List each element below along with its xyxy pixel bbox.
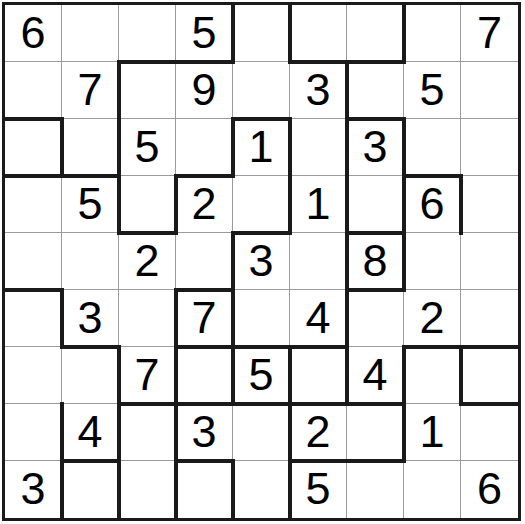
cell-r3-c8[interactable] (461, 176, 518, 233)
cell-r7-c3[interactable]: 3 (176, 404, 233, 461)
cell-r3-c0[interactable] (5, 176, 62, 233)
cell-r2-c6[interactable]: 3 (347, 119, 404, 176)
cell-r1-c8[interactable] (461, 62, 518, 119)
cell-r4-c2[interactable]: 2 (119, 233, 176, 290)
cell-r3-c4[interactable] (233, 176, 290, 233)
cell-r4-c5[interactable] (290, 233, 347, 290)
cell-r7-c6[interactable] (347, 404, 404, 461)
cell-r2-c2[interactable]: 5 (119, 119, 176, 176)
cell-r0-c5[interactable] (290, 5, 347, 62)
cell-r3-c3[interactable]: 2 (176, 176, 233, 233)
cell-r5-c6[interactable] (347, 290, 404, 347)
cell-r6-c8[interactable] (461, 347, 518, 404)
cell-r0-c2[interactable] (119, 5, 176, 62)
cell-r8-c3[interactable] (176, 461, 233, 518)
cell-r1-c5[interactable]: 3 (290, 62, 347, 119)
cell-r4-c6[interactable]: 8 (347, 233, 404, 290)
cell-r5-c2[interactable] (119, 290, 176, 347)
cell-r0-c7[interactable] (404, 5, 461, 62)
cell-r4-c1[interactable] (62, 233, 119, 290)
cell-r6-c5[interactable] (290, 347, 347, 404)
cell-r2-c3[interactable] (176, 119, 233, 176)
cell-r6-c0[interactable] (5, 347, 62, 404)
cell-r6-c6[interactable]: 4 (347, 347, 404, 404)
cell-r3-c2[interactable] (119, 176, 176, 233)
cell-r2-c8[interactable] (461, 119, 518, 176)
cell-r6-c2[interactable]: 7 (119, 347, 176, 404)
cell-r0-c3[interactable]: 5 (176, 5, 233, 62)
cell-r2-c0[interactable] (5, 119, 62, 176)
cell-r3-c7[interactable]: 6 (404, 176, 461, 233)
cell-r7-c8[interactable] (461, 404, 518, 461)
cell-r1-c3[interactable]: 9 (176, 62, 233, 119)
cell-r2-c1[interactable] (62, 119, 119, 176)
cell-r1-c2[interactable] (119, 62, 176, 119)
sudoku-board: 6577935513521623837427544321356 (2, 2, 521, 521)
cell-r5-c3[interactable]: 7 (176, 290, 233, 347)
cell-r0-c4[interactable] (233, 5, 290, 62)
page: 6577935513521623837427544321356 (0, 0, 525, 524)
cell-r7-c7[interactable]: 1 (404, 404, 461, 461)
cell-r1-c4[interactable] (233, 62, 290, 119)
cell-r3-c6[interactable] (347, 176, 404, 233)
sudoku-board-inner: 6577935513521623837427544321356 (5, 5, 518, 518)
cell-r4-c0[interactable] (5, 233, 62, 290)
cell-r0-c6[interactable] (347, 5, 404, 62)
cell-r1-c6[interactable] (347, 62, 404, 119)
cell-r7-c0[interactable] (5, 404, 62, 461)
cell-r7-c4[interactable] (233, 404, 290, 461)
cell-r2-c7[interactable] (404, 119, 461, 176)
cell-r8-c8[interactable]: 6 (461, 461, 518, 518)
cell-r4-c4[interactable]: 3 (233, 233, 290, 290)
cell-r4-c3[interactable] (176, 233, 233, 290)
cell-r1-c1[interactable]: 7 (62, 62, 119, 119)
cell-r5-c8[interactable] (461, 290, 518, 347)
cell-r8-c6[interactable] (347, 461, 404, 518)
cell-r5-c7[interactable]: 2 (404, 290, 461, 347)
cell-r6-c1[interactable] (62, 347, 119, 404)
cell-r7-c1[interactable]: 4 (62, 404, 119, 461)
cell-r6-c7[interactable] (404, 347, 461, 404)
cell-r8-c2[interactable] (119, 461, 176, 518)
cell-r0-c8[interactable]: 7 (461, 5, 518, 62)
cell-r3-c5[interactable]: 1 (290, 176, 347, 233)
cell-r1-c7[interactable]: 5 (404, 62, 461, 119)
cell-r5-c4[interactable] (233, 290, 290, 347)
cell-r8-c7[interactable] (404, 461, 461, 518)
cell-r7-c5[interactable]: 2 (290, 404, 347, 461)
cell-r6-c3[interactable] (176, 347, 233, 404)
cell-r2-c5[interactable] (290, 119, 347, 176)
sudoku-board-grid: 6577935513521623837427544321356 (5, 5, 518, 518)
cell-r8-c4[interactable] (233, 461, 290, 518)
cell-r8-c1[interactable] (62, 461, 119, 518)
cell-r5-c5[interactable]: 4 (290, 290, 347, 347)
cell-r0-c0[interactable]: 6 (5, 5, 62, 62)
cell-r8-c0[interactable]: 3 (5, 461, 62, 518)
cell-r7-c2[interactable] (119, 404, 176, 461)
cell-r4-c7[interactable] (404, 233, 461, 290)
cell-r3-c1[interactable]: 5 (62, 176, 119, 233)
cell-r8-c5[interactable]: 5 (290, 461, 347, 518)
cell-r5-c0[interactable] (5, 290, 62, 347)
cell-r5-c1[interactable]: 3 (62, 290, 119, 347)
cell-r1-c0[interactable] (5, 62, 62, 119)
cell-r6-c4[interactable]: 5 (233, 347, 290, 404)
cell-r2-c4[interactable]: 1 (233, 119, 290, 176)
cell-r0-c1[interactable] (62, 5, 119, 62)
cell-r4-c8[interactable] (461, 233, 518, 290)
